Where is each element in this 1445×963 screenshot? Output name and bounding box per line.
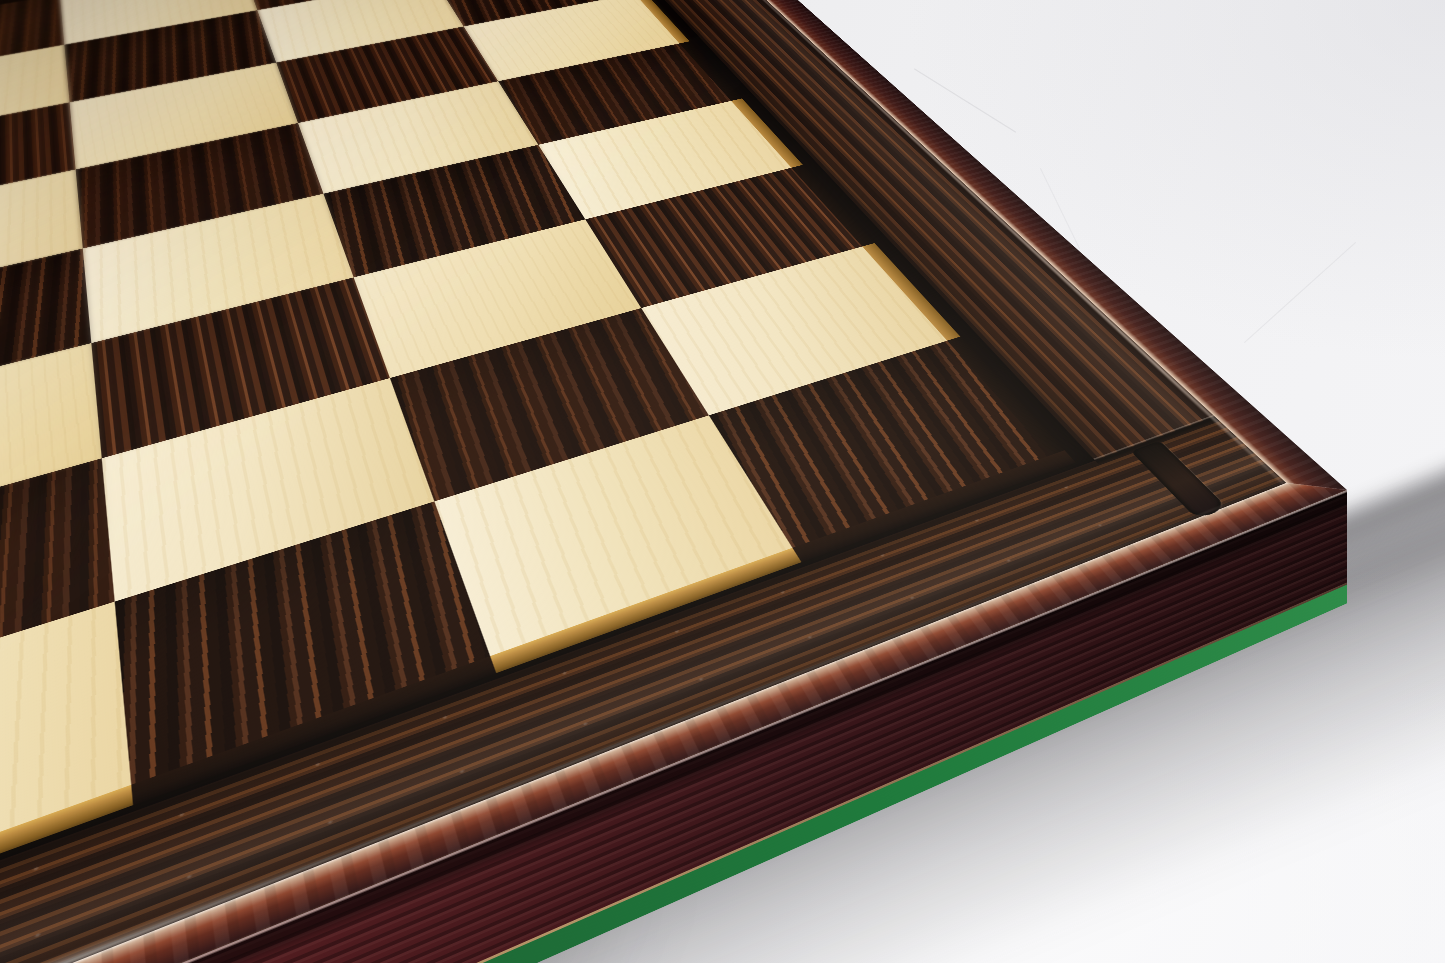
square-side-bottom-c6 bbox=[490, 548, 801, 673]
square-r7c5-dark bbox=[115, 501, 490, 784]
square-r5c4-light bbox=[0, 343, 102, 551]
square-r6c4-dark bbox=[0, 458, 115, 720]
square-side-bottom-c5 bbox=[131, 656, 496, 805]
studio-backdrop bbox=[0, 0, 1445, 963]
square-r7c4-light bbox=[0, 602, 131, 940]
square-side-bottom-c4 bbox=[0, 785, 133, 963]
backdrop-scratch bbox=[1244, 242, 1356, 343]
